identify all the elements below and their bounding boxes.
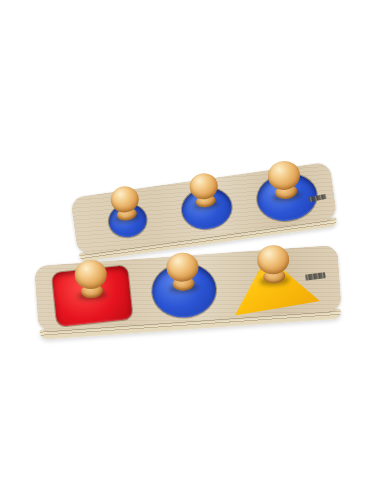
slot-yellow-triangle: [229, 251, 320, 316]
slot-red-square: [52, 265, 133, 327]
slot-circle-medium: [179, 185, 234, 233]
slot-blue-circle: [150, 261, 218, 319]
slot-circle-small: [107, 202, 149, 240]
brand-stamp: [305, 272, 326, 280]
product-photo: [0, 0, 381, 492]
